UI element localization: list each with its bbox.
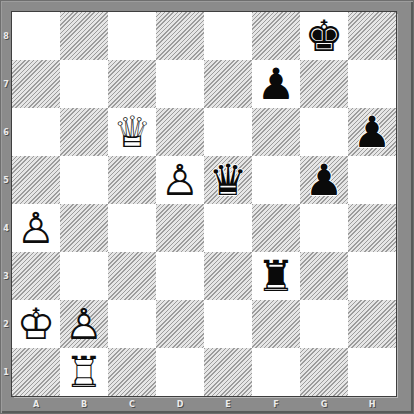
square-h5[interactable] bbox=[348, 156, 396, 204]
square-c7[interactable] bbox=[108, 60, 156, 108]
square-e3[interactable] bbox=[204, 252, 252, 300]
square-f8[interactable] bbox=[252, 12, 300, 60]
square-f5[interactable] bbox=[252, 156, 300, 204]
square-c4[interactable] bbox=[108, 204, 156, 252]
piece-black-rook[interactable]: ♜ bbox=[252, 252, 300, 300]
piece-black-pawn[interactable]: ♟ bbox=[348, 108, 396, 156]
square-g2[interactable] bbox=[300, 300, 348, 348]
piece-white-pawn[interactable]: ♟♙ bbox=[12, 204, 60, 252]
square-h8[interactable] bbox=[348, 12, 396, 60]
rank-label-4: 4 bbox=[1, 204, 11, 252]
square-a3[interactable] bbox=[12, 252, 60, 300]
square-c3[interactable] bbox=[108, 252, 156, 300]
square-d6[interactable] bbox=[156, 108, 204, 156]
square-c1[interactable] bbox=[108, 348, 156, 396]
piece-white-king[interactable]: ♚♔ bbox=[12, 300, 60, 348]
rank-label-8: 8 bbox=[1, 12, 11, 60]
piece-black-queen[interactable]: ♛ bbox=[204, 156, 252, 204]
square-c6[interactable]: ♛♕ bbox=[108, 108, 156, 156]
rank-label-5: 5 bbox=[1, 156, 11, 204]
piece-black-king[interactable]: ♚ bbox=[300, 12, 348, 60]
rank-label-2: 2 bbox=[1, 300, 11, 348]
square-d8[interactable] bbox=[156, 12, 204, 60]
rank-label-6: 6 bbox=[1, 108, 11, 156]
square-a7[interactable] bbox=[12, 60, 60, 108]
rank-label-1: 1 bbox=[1, 348, 11, 396]
pawn-outline-glyph: ♙ bbox=[12, 204, 60, 252]
square-c8[interactable] bbox=[108, 12, 156, 60]
square-d2[interactable] bbox=[156, 300, 204, 348]
square-a1[interactable] bbox=[12, 348, 60, 396]
square-g5[interactable]: ♟ bbox=[300, 156, 348, 204]
queen-outline-glyph: ♕ bbox=[108, 108, 156, 156]
square-a5[interactable] bbox=[12, 156, 60, 204]
king-solid-glyph: ♚ bbox=[300, 12, 348, 60]
square-g7[interactable] bbox=[300, 60, 348, 108]
square-h7[interactable] bbox=[348, 60, 396, 108]
piece-white-pawn[interactable]: ♟♙ bbox=[156, 156, 204, 204]
square-g6[interactable] bbox=[300, 108, 348, 156]
square-g8[interactable]: ♚ bbox=[300, 12, 348, 60]
rook-solid-glyph: ♜ bbox=[252, 252, 300, 300]
square-f2[interactable] bbox=[252, 300, 300, 348]
square-e5[interactable]: ♛ bbox=[204, 156, 252, 204]
square-h2[interactable] bbox=[348, 300, 396, 348]
square-g1[interactable] bbox=[300, 348, 348, 396]
file-label-e: E bbox=[204, 397, 252, 411]
square-a4[interactable]: ♟♙ bbox=[12, 204, 60, 252]
square-d1[interactable] bbox=[156, 348, 204, 396]
square-g4[interactable] bbox=[300, 204, 348, 252]
square-e6[interactable] bbox=[204, 108, 252, 156]
square-a6[interactable] bbox=[12, 108, 60, 156]
file-label-c: C bbox=[108, 397, 156, 411]
square-d3[interactable] bbox=[156, 252, 204, 300]
piece-white-pawn[interactable]: ♟♙ bbox=[60, 300, 108, 348]
square-d5[interactable]: ♟♙ bbox=[156, 156, 204, 204]
file-label-f: F bbox=[252, 397, 300, 411]
square-b4[interactable] bbox=[60, 204, 108, 252]
king-outline-glyph: ♔ bbox=[12, 300, 60, 348]
piece-black-pawn[interactable]: ♟ bbox=[300, 156, 348, 204]
pawn-outline-glyph: ♙ bbox=[60, 300, 108, 348]
file-label-a: A bbox=[12, 397, 60, 411]
square-e1[interactable] bbox=[204, 348, 252, 396]
file-labels: ABCDEFGH bbox=[12, 397, 396, 411]
square-b1[interactable]: ♜♖ bbox=[60, 348, 108, 396]
square-d7[interactable] bbox=[156, 60, 204, 108]
square-h6[interactable]: ♟ bbox=[348, 108, 396, 156]
board-frame: ♚♟♛♕♟♟♙♛♟♟♙♜♚♔♟♙♜♖ 87654321 ABCDEFGH bbox=[0, 0, 414, 414]
square-e4[interactable] bbox=[204, 204, 252, 252]
file-label-b: B bbox=[60, 397, 108, 411]
square-f3[interactable]: ♜ bbox=[252, 252, 300, 300]
rank-label-3: 3 bbox=[1, 252, 11, 300]
square-c2[interactable] bbox=[108, 300, 156, 348]
pawn-solid-glyph: ♟ bbox=[252, 60, 300, 108]
square-f1[interactable] bbox=[252, 348, 300, 396]
chess-board: ♚♟♛♕♟♟♙♛♟♟♙♜♚♔♟♙♜♖ bbox=[12, 12, 396, 396]
file-label-g: G bbox=[300, 397, 348, 411]
square-b2[interactable]: ♟♙ bbox=[60, 300, 108, 348]
square-f4[interactable] bbox=[252, 204, 300, 252]
piece-black-pawn[interactable]: ♟ bbox=[252, 60, 300, 108]
square-e7[interactable] bbox=[204, 60, 252, 108]
square-h3[interactable] bbox=[348, 252, 396, 300]
rank-labels: 87654321 bbox=[1, 12, 11, 396]
square-g3[interactable] bbox=[300, 252, 348, 300]
file-label-h: H bbox=[348, 397, 396, 411]
pawn-outline-glyph: ♙ bbox=[156, 156, 204, 204]
square-a2[interactable]: ♚♔ bbox=[12, 300, 60, 348]
square-c5[interactable] bbox=[108, 156, 156, 204]
square-f6[interactable] bbox=[252, 108, 300, 156]
queen-solid-glyph: ♛ bbox=[204, 156, 252, 204]
piece-white-rook[interactable]: ♜♖ bbox=[60, 348, 108, 396]
square-d4[interactable] bbox=[156, 204, 204, 252]
rook-outline-glyph: ♖ bbox=[60, 348, 108, 396]
square-h1[interactable] bbox=[348, 348, 396, 396]
square-b7[interactable] bbox=[60, 60, 108, 108]
square-e8[interactable] bbox=[204, 12, 252, 60]
square-a8[interactable] bbox=[12, 12, 60, 60]
square-b3[interactable] bbox=[60, 252, 108, 300]
pawn-solid-glyph: ♟ bbox=[348, 108, 396, 156]
pawn-solid-glyph: ♟ bbox=[300, 156, 348, 204]
square-e2[interactable] bbox=[204, 300, 252, 348]
square-b6[interactable] bbox=[60, 108, 108, 156]
file-label-d: D bbox=[156, 397, 204, 411]
square-h4[interactable] bbox=[348, 204, 396, 252]
square-b8[interactable] bbox=[60, 12, 108, 60]
piece-white-queen[interactable]: ♛♕ bbox=[108, 108, 156, 156]
rank-label-7: 7 bbox=[1, 60, 11, 108]
square-b5[interactable] bbox=[60, 156, 108, 204]
square-f7[interactable]: ♟ bbox=[252, 60, 300, 108]
